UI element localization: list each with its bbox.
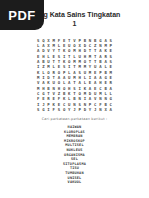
pdf-badge-label: PDF <box>8 8 36 23</box>
instruction-text: Cari perkataan-perkataan berikut : <box>0 117 149 121</box>
document-page: PDF Silang Kata Sains Tingkatan 1 SQXMFE… <box>0 0 149 198</box>
word-search-grid: SQXMFETVPBNBGASLAXMLEUOXDCZNMPADVYTKOMHD… <box>36 38 114 113</box>
grid-cell: A <box>108 107 113 112</box>
word-list: HAIWANKLOROPLASMEMBRANMIKROSKOPMULTISELN… <box>0 125 149 185</box>
word-list-item: VAKUOL <box>0 180 149 185</box>
pdf-badge: PDF <box>0 0 44 30</box>
